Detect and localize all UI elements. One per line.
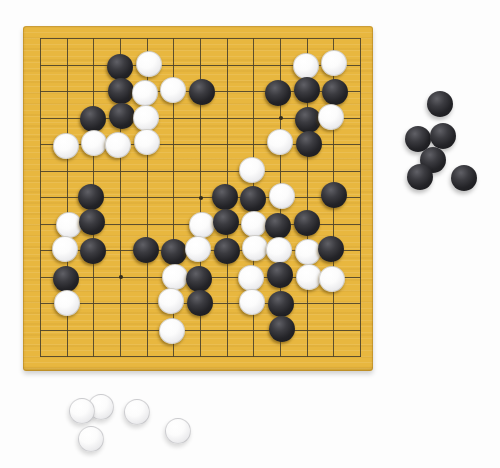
white-stone[interactable] [189, 212, 215, 238]
black-stone[interactable] [322, 79, 348, 105]
black-stone[interactable] [267, 262, 293, 288]
black-stone[interactable] [294, 210, 320, 236]
white-stone[interactable] [158, 288, 184, 314]
captured-black-stone[interactable] [427, 91, 453, 117]
black-stone[interactable] [212, 184, 238, 210]
black-stone[interactable] [78, 184, 104, 210]
black-stone[interactable] [161, 239, 187, 265]
white-stone[interactable] [134, 129, 160, 155]
white-stone[interactable] [267, 129, 293, 155]
black-stone[interactable] [80, 106, 106, 132]
white-stone[interactable] [321, 50, 347, 76]
black-stone[interactable] [268, 291, 294, 317]
star-point [119, 275, 123, 279]
captured-black-stone[interactable] [430, 123, 456, 149]
white-stone[interactable] [318, 104, 344, 130]
black-stone[interactable] [189, 79, 215, 105]
white-stone[interactable] [136, 51, 162, 77]
white-stone[interactable] [295, 239, 321, 265]
black-stone[interactable] [109, 103, 135, 129]
black-stone[interactable] [79, 209, 105, 235]
black-stone[interactable] [296, 131, 322, 157]
black-stone[interactable] [240, 186, 266, 212]
black-stone[interactable] [133, 237, 159, 263]
go-game-photo [0, 0, 500, 468]
white-stone[interactable] [319, 266, 345, 292]
captured-white-stone[interactable] [69, 398, 95, 424]
white-stone[interactable] [185, 236, 211, 262]
white-stone[interactable] [269, 183, 295, 209]
white-stone[interactable] [133, 105, 159, 131]
white-stone[interactable] [238, 265, 264, 291]
black-stone[interactable] [108, 78, 134, 104]
star-point [199, 196, 203, 200]
black-stone[interactable] [265, 80, 291, 106]
white-stone[interactable] [105, 132, 131, 158]
black-stone[interactable] [213, 209, 239, 235]
black-stone[interactable] [107, 54, 133, 80]
white-stone[interactable] [293, 53, 319, 79]
captured-black-stone[interactable] [451, 165, 477, 191]
white-stone[interactable] [132, 80, 158, 106]
white-stone[interactable] [242, 235, 268, 261]
board-gridline-horizontal [40, 356, 361, 357]
black-stone[interactable] [295, 107, 321, 133]
star-point [279, 116, 283, 120]
white-stone[interactable] [54, 290, 80, 316]
white-stone[interactable] [162, 264, 188, 290]
white-stone[interactable] [160, 77, 186, 103]
white-stone[interactable] [296, 264, 322, 290]
white-stone[interactable] [241, 211, 267, 237]
captured-white-stone[interactable] [78, 426, 104, 452]
captured-white-stone[interactable] [124, 399, 150, 425]
white-stone[interactable] [239, 157, 265, 183]
white-stone[interactable] [53, 133, 79, 159]
captured-white-stone[interactable] [165, 418, 191, 444]
white-stone[interactable] [159, 318, 185, 344]
black-stone[interactable] [318, 236, 344, 262]
black-stone[interactable] [187, 290, 213, 316]
go-board[interactable] [23, 26, 373, 371]
black-stone[interactable] [321, 182, 347, 208]
black-stone[interactable] [269, 316, 295, 342]
black-stone[interactable] [294, 77, 320, 103]
white-stone[interactable] [81, 130, 107, 156]
black-stone[interactable] [53, 266, 79, 292]
white-stone[interactable] [56, 212, 82, 238]
white-stone[interactable] [266, 237, 292, 263]
black-stone[interactable] [214, 238, 240, 264]
black-stone[interactable] [80, 238, 106, 264]
white-stone[interactable] [239, 289, 265, 315]
white-stone[interactable] [52, 236, 78, 262]
black-stone[interactable] [186, 266, 212, 292]
captured-black-stone[interactable] [407, 164, 433, 190]
board-gridline-horizontal [40, 330, 361, 331]
board-gridline-vertical [360, 38, 361, 357]
black-stone[interactable] [265, 213, 291, 239]
